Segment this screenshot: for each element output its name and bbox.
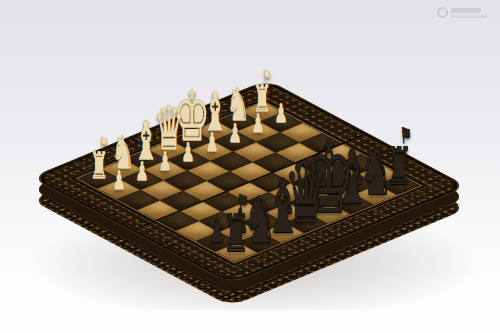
rook-flag-icon: ⚑ [100, 135, 109, 152]
photo-canvas: ♜⚑♞♝♛♚♝♞♜⚑♟♟♟♟♟♟♟♟♟♟♟♟♟♟♟♟♜⚑♞♝♛♚♝♞♜⚑ [0, 0, 500, 333]
rook-flag-icon: ⚑ [237, 191, 250, 215]
white-pawn: ♟ [112, 167, 126, 193]
rook-flag-icon: ⚑ [262, 68, 271, 85]
white-pawn: ♟ [251, 110, 265, 136]
white-pawn: ♟ [135, 157, 149, 183]
white-pawn: ♟ [182, 138, 196, 164]
white-pawn: ♟ [228, 119, 242, 145]
white-rook: ♜⚑ [90, 147, 109, 184]
white-pawn: ♟ [205, 129, 219, 155]
rook-flag-icon: ⚑ [399, 124, 412, 148]
black-rook: ♜⚑ [223, 207, 250, 259]
pieces-layer: ♜⚑♞♝♛♚♝♞♜⚑♟♟♟♟♟♟♟♟♟♟♟♟♟♟♟♟♜⚑♞♝♛♚♝♞♜⚑ [0, 0, 500, 333]
white-pawn: ♟ [274, 100, 288, 126]
white-pawn: ♟ [159, 148, 173, 174]
